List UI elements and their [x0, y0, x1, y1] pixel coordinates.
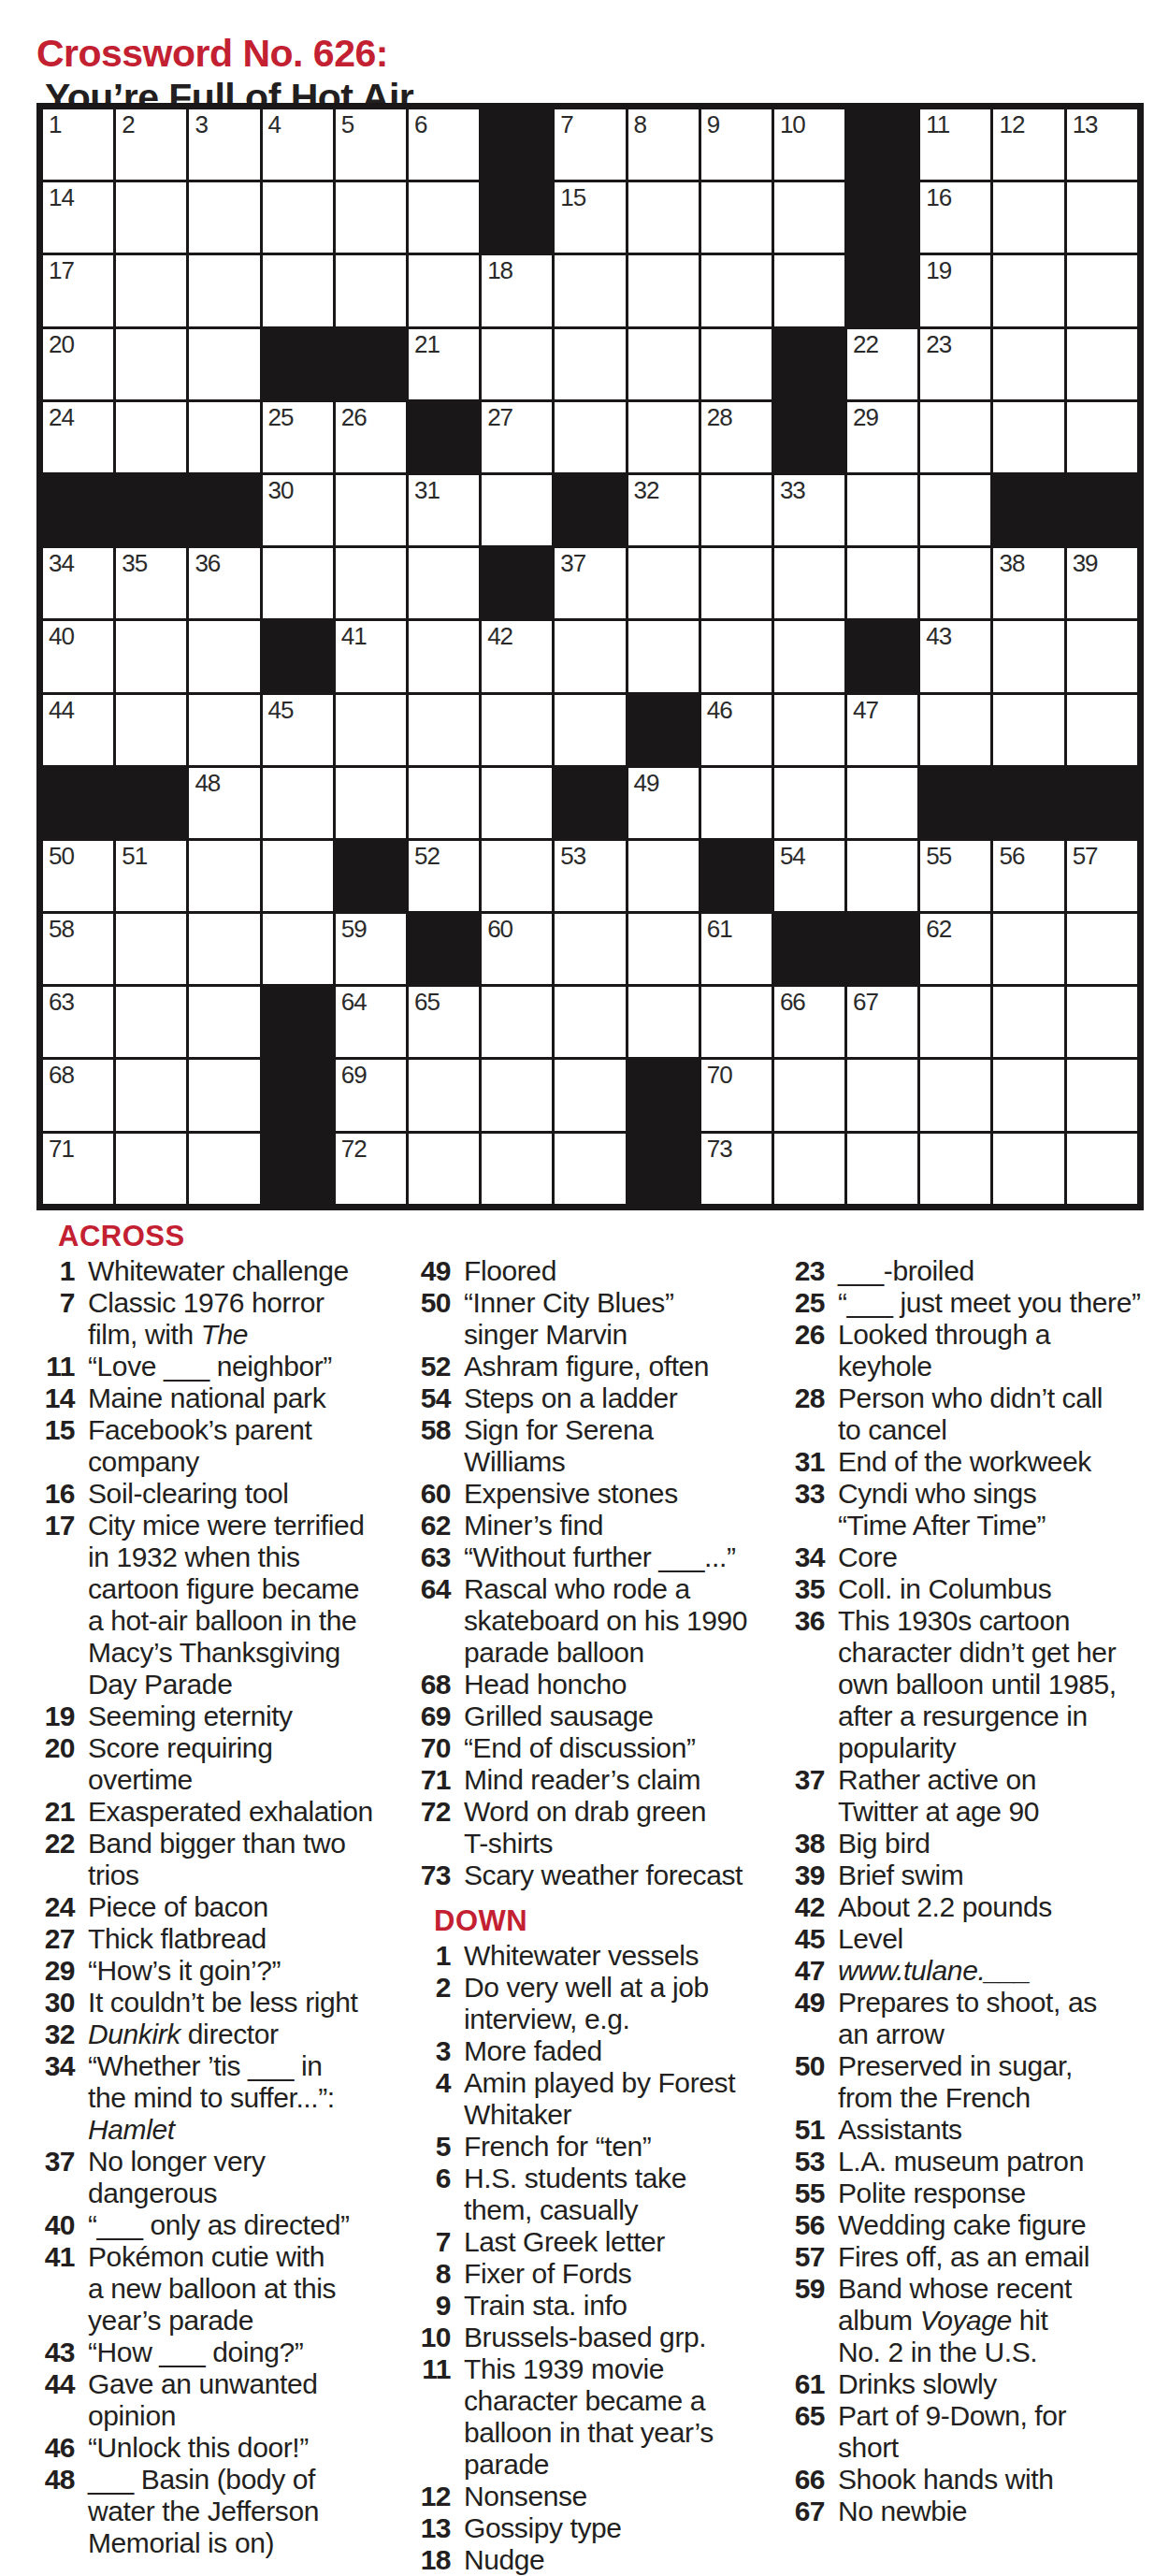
grid-cell[interactable] [555, 695, 625, 765]
cell-number: 21 [409, 329, 479, 356]
grid-cell[interactable] [482, 1134, 552, 1204]
clue-item: 50Preserved in sugar, from the French [787, 2050, 1154, 2114]
grid-cell[interactable] [774, 548, 844, 618]
cell-number: 61 [701, 914, 772, 941]
grid-cell[interactable]: 55 [920, 841, 990, 911]
grid-cell[interactable]: 6 [409, 109, 479, 180]
grid-cell[interactable]: 2 [116, 109, 186, 180]
grid-cell[interactable]: 19 [920, 255, 990, 326]
clue-item: 54Steps on a ladder [413, 1382, 787, 1414]
clue-number: 73 [413, 1860, 464, 1891]
grid-cell[interactable]: 43 [920, 621, 990, 691]
grid-cell[interactable] [263, 255, 333, 326]
grid-cell[interactable] [116, 914, 186, 984]
grid-cell[interactable] [774, 1134, 844, 1204]
clue-item: 7Last Greek letter [413, 2226, 787, 2258]
clue-item: 12Nonsense [413, 2481, 787, 2512]
grid-cell[interactable]: 32 [628, 475, 699, 545]
grid-cell[interactable] [482, 1060, 552, 1130]
grid-cell[interactable] [263, 841, 333, 911]
cell-number: 64 [336, 987, 406, 1014]
black-cell [116, 768, 186, 838]
grid-cell[interactable]: 17 [43, 255, 113, 326]
clue-number: 37 [37, 2146, 88, 2209]
grid-cell[interactable] [628, 841, 699, 911]
grid-cell[interactable] [628, 329, 699, 399]
clue-number: 64 [413, 1573, 464, 1669]
clue-item: 13Gossipy type [413, 2512, 787, 2544]
grid-cell[interactable]: 66 [774, 987, 844, 1057]
grid-cell[interactable] [993, 695, 1063, 765]
grid-cell[interactable] [847, 475, 917, 545]
clue-number: 32 [37, 2019, 88, 2050]
grid-cell[interactable] [409, 182, 479, 253]
grid-cell[interactable] [628, 548, 699, 618]
grid-cell[interactable]: 64 [336, 987, 406, 1057]
cell-number: 37 [555, 548, 625, 575]
clue-number: 43 [37, 2337, 88, 2368]
cell-number: 25 [263, 402, 333, 429]
grid-cell[interactable] [189, 182, 259, 253]
grid-cell[interactable]: 60 [482, 914, 552, 984]
cell-number: 10 [774, 109, 844, 137]
clue-text: Band bigger than two trios [88, 1828, 346, 1891]
grid-cell[interactable]: 20 [43, 329, 113, 399]
black-cell [555, 475, 625, 545]
grid-cell[interactable] [993, 402, 1063, 472]
grid-cell[interactable] [482, 329, 552, 399]
grid-cell[interactable] [920, 402, 990, 472]
grid-cell[interactable] [409, 1134, 479, 1204]
clue-text: Level [838, 1923, 903, 1955]
clue-text: Maine national park [88, 1382, 325, 1414]
clue-text: Preserved in sugar, from the French [838, 2050, 1073, 2114]
grid-cell[interactable]: 5 [336, 109, 406, 180]
grid-cell[interactable] [701, 768, 772, 838]
grid-cell[interactable] [774, 768, 844, 838]
grid-cell[interactable]: 57 [1067, 841, 1137, 911]
grid-cell[interactable] [701, 548, 772, 618]
grid-cell[interactable]: 44 [43, 695, 113, 765]
cell-number: 26 [336, 402, 406, 429]
grid-cell[interactable] [847, 1134, 917, 1204]
grid-cell[interactable]: 65 [409, 987, 479, 1057]
grid-cell[interactable] [263, 548, 333, 618]
grid-cell[interactable]: 73 [701, 1134, 772, 1204]
clue-text: Grilled sausage [464, 1700, 653, 1732]
clue-text: Drinks slowly [838, 2368, 997, 2400]
grid-cell[interactable] [847, 768, 917, 838]
grid-cell[interactable]: 30 [263, 475, 333, 545]
grid-cell[interactable] [116, 987, 186, 1057]
grid-cell[interactable] [1067, 255, 1137, 326]
clue-item: 45Level [787, 1923, 1154, 1955]
clue-number: 36 [787, 1605, 838, 1764]
grid-cell[interactable]: 53 [555, 841, 625, 911]
grid-cell[interactable] [555, 1060, 625, 1130]
grid-cell[interactable]: 26 [336, 402, 406, 472]
grid-cell[interactable]: 49 [628, 768, 699, 838]
clue-text: Wedding cake figure [838, 2209, 1086, 2241]
grid-cell[interactable] [847, 548, 917, 618]
grid-cell[interactable] [1067, 621, 1137, 691]
grid-cell[interactable] [189, 1134, 259, 1204]
grid-cell[interactable] [920, 1060, 990, 1130]
grid-cell[interactable] [263, 768, 333, 838]
grid-cell[interactable]: 29 [847, 402, 917, 472]
grid-cell[interactable] [774, 695, 844, 765]
grid-cell[interactable]: 11 [920, 109, 990, 180]
clue-number: 60 [413, 1478, 464, 1510]
grid-cell[interactable]: 12 [993, 109, 1063, 180]
grid-cell[interactable]: 42 [482, 621, 552, 691]
grid-cell[interactable] [336, 548, 406, 618]
cell-number: 73 [701, 1134, 772, 1161]
clue-item: 60Expensive stones [413, 1478, 787, 1510]
grid-cell[interactable]: 14 [43, 182, 113, 253]
grid-cell[interactable] [920, 695, 990, 765]
grid-cell[interactable] [993, 621, 1063, 691]
grid-cell[interactable] [774, 182, 844, 253]
grid-cell[interactable]: 46 [701, 695, 772, 765]
grid-cell[interactable] [993, 182, 1063, 253]
grid-cell[interactable]: 7 [555, 109, 625, 180]
grid-cell[interactable]: 68 [43, 1060, 113, 1130]
grid-cell[interactable]: 59 [336, 914, 406, 984]
grid-cell[interactable] [263, 914, 333, 984]
grid-cell[interactable] [116, 1060, 186, 1130]
grid-cell[interactable]: 70 [701, 1060, 772, 1130]
clue-number: 8 [413, 2258, 464, 2290]
grid-cell[interactable]: 61 [701, 914, 772, 984]
clue-number: 11 [37, 1351, 88, 1382]
clue-text: H.S. students take them, casually [464, 2163, 686, 2226]
clue-number: 51 [787, 2114, 838, 2146]
grid-cell[interactable] [116, 329, 186, 399]
grid-cell[interactable] [116, 255, 186, 326]
grid-cell[interactable] [847, 1060, 917, 1130]
clue-text: Cyndi who sings “Time After Time” [838, 1478, 1046, 1541]
grid-cell[interactable] [189, 695, 259, 765]
cell-number: 47 [847, 695, 917, 722]
grid-cell[interactable]: 54 [774, 841, 844, 911]
grid-cell[interactable] [555, 987, 625, 1057]
grid-cell[interactable]: 24 [43, 402, 113, 472]
cell-number: 5 [336, 109, 406, 137]
grid-cell[interactable]: 15 [555, 182, 625, 253]
grid-cell[interactable] [1067, 1060, 1137, 1130]
grid-cell[interactable] [701, 182, 772, 253]
grid-cell[interactable] [920, 987, 990, 1057]
clue-item: 30It couldn’t be less right [37, 1987, 411, 2019]
grid-cell[interactable]: 4 [263, 109, 333, 180]
black-cell [263, 621, 333, 691]
grid-cell[interactable]: 71 [43, 1134, 113, 1204]
grid-cell[interactable]: 50 [43, 841, 113, 911]
grid-cell[interactable] [189, 402, 259, 472]
clue-number: 34 [787, 1541, 838, 1573]
clue-text: Rascal who rode a skateboard on his 1990… [464, 1573, 747, 1669]
clue-item: 56Wedding cake figure [787, 2209, 1154, 2241]
clue-text: Head honcho [464, 1669, 627, 1700]
grid-cell[interactable] [628, 402, 699, 472]
grid-cell[interactable]: 48 [189, 768, 259, 838]
grid-cell[interactable]: 3 [189, 109, 259, 180]
grid-cell[interactable] [189, 987, 259, 1057]
clue-number: 52 [413, 1351, 464, 1382]
grid-cell[interactable] [628, 182, 699, 253]
grid-cell[interactable]: 63 [43, 987, 113, 1057]
grid-cell[interactable]: 51 [116, 841, 186, 911]
grid-cell[interactable] [774, 1060, 844, 1130]
black-cell [847, 255, 917, 326]
grid-cell[interactable] [482, 475, 552, 545]
clue-item: 40“___ only as directed” [37, 2209, 411, 2241]
cell-number: 24 [43, 402, 113, 429]
grid-cell[interactable] [189, 255, 259, 326]
grid-cell[interactable]: 22 [847, 329, 917, 399]
grid-cell[interactable]: 18 [482, 255, 552, 326]
clue-text: “___ only as directed” [88, 2209, 350, 2241]
grid-cell[interactable]: 21 [409, 329, 479, 399]
grid-cell[interactable] [1067, 695, 1137, 765]
grid-cell[interactable]: 13 [1067, 109, 1137, 180]
grid-cell[interactable]: 47 [847, 695, 917, 765]
clue-item: 22Band bigger than two trios [37, 1828, 411, 1891]
clue-item: 15Facebook’s parent company [37, 1414, 411, 1478]
clue-item: 4Amin played by Forest Whitaker [413, 2067, 787, 2131]
clue-number: 15 [37, 1414, 88, 1478]
grid-cell[interactable]: 41 [336, 621, 406, 691]
clue-text: Classic 1976 horror film, with The [88, 1287, 325, 1351]
grid-cell[interactable] [336, 768, 406, 838]
grid-cell[interactable]: 38 [993, 548, 1063, 618]
grid-cell[interactable] [409, 768, 479, 838]
grid-cell[interactable] [336, 255, 406, 326]
cell-number: 19 [920, 255, 990, 282]
cell-number: 59 [336, 914, 406, 941]
cell-number: 29 [847, 402, 917, 429]
grid-cell[interactable] [482, 841, 552, 911]
grid-cell[interactable] [409, 1060, 479, 1130]
grid-cell[interactable] [1067, 182, 1137, 253]
black-cell [336, 329, 406, 399]
grid-cell[interactable] [1067, 1134, 1137, 1204]
grid-cell[interactable]: 39 [1067, 548, 1137, 618]
grid-cell[interactable] [701, 329, 772, 399]
grid-cell[interactable] [701, 255, 772, 326]
grid-cell[interactable]: 9 [701, 109, 772, 180]
grid-cell[interactable] [116, 1134, 186, 1204]
cell-number: 11 [920, 109, 990, 137]
black-cell [628, 1060, 699, 1130]
grid-cell[interactable] [993, 255, 1063, 326]
cell-number: 18 [482, 255, 552, 282]
grid-cell[interactable] [628, 621, 699, 691]
grid-cell[interactable]: 35 [116, 548, 186, 618]
black-cell [774, 329, 844, 399]
grid-cell[interactable] [336, 475, 406, 545]
grid-cell[interactable] [116, 402, 186, 472]
grid-cell[interactable]: 16 [920, 182, 990, 253]
cell-number: 42 [482, 621, 552, 648]
grid-cell[interactable]: 8 [628, 109, 699, 180]
grid-cell[interactable] [993, 329, 1063, 399]
black-cell [993, 475, 1063, 545]
grid-cell[interactable] [263, 182, 333, 253]
cell-number: 17 [43, 255, 113, 282]
clue-number: 53 [787, 2146, 838, 2178]
clue-text: No newbie [838, 2496, 967, 2527]
cell-number: 32 [628, 475, 699, 502]
grid-cell[interactable] [920, 1134, 990, 1204]
grid-cell[interactable] [189, 841, 259, 911]
grid-cell[interactable] [774, 621, 844, 691]
clue-text: Piece of bacon [88, 1891, 268, 1923]
clue-item: 19Seeming eternity [37, 1700, 411, 1732]
cell-number: 14 [43, 182, 113, 210]
grid-cell[interactable] [1067, 914, 1137, 984]
grid-cell[interactable] [628, 255, 699, 326]
grid-cell[interactable]: 1 [43, 109, 113, 180]
grid-cell[interactable] [189, 621, 259, 691]
grid-cell[interactable] [555, 329, 625, 399]
clue-item: 7Classic 1976 horror film, with The [37, 1287, 411, 1351]
clue-text: Soil-clearing tool [88, 1478, 289, 1510]
grid-cell[interactable] [993, 1134, 1063, 1204]
cell-number: 56 [993, 841, 1063, 868]
grid-cell[interactable] [555, 402, 625, 472]
grid-cell[interactable] [409, 255, 479, 326]
clue-number: 42 [787, 1891, 838, 1923]
grid-cell[interactable]: 33 [774, 475, 844, 545]
grid-cell[interactable] [993, 1060, 1063, 1130]
grid-cell[interactable] [1067, 329, 1137, 399]
grid-cell[interactable] [116, 695, 186, 765]
grid-cell[interactable] [701, 621, 772, 691]
cell-number: 27 [482, 402, 552, 429]
grid-cell[interactable]: 56 [993, 841, 1063, 911]
grid-cell[interactable]: 69 [336, 1060, 406, 1130]
grid-cell[interactable] [409, 621, 479, 691]
clue-number: 25 [787, 1287, 838, 1319]
clue-text: Score requiring overtime [88, 1732, 272, 1796]
cell-number: 57 [1067, 841, 1137, 868]
grid-cell[interactable] [993, 987, 1063, 1057]
clue-item: 42About 2.2 pounds [787, 1891, 1154, 1923]
clue-text: Facebook’s parent company [88, 1414, 311, 1478]
grid-cell[interactable]: 45 [263, 695, 333, 765]
clue-number: 17 [37, 1510, 88, 1700]
grid-cell[interactable] [701, 987, 772, 1057]
grid-cell[interactable] [847, 841, 917, 911]
black-cell [482, 109, 552, 180]
clue-item: 34Core [787, 1541, 1154, 1573]
grid-cell[interactable]: 67 [847, 987, 917, 1057]
grid-cell[interactable] [482, 695, 552, 765]
grid-cell[interactable]: 36 [189, 548, 259, 618]
clue-number: 27 [37, 1923, 88, 1955]
clue-number: 7 [37, 1287, 88, 1351]
clue-number: 49 [413, 1255, 464, 1287]
clue-text: Whitewater challenge [88, 1255, 349, 1287]
grid-cell[interactable]: 40 [43, 621, 113, 691]
grid-cell[interactable]: 72 [336, 1134, 406, 1204]
clue-text: This 1930s cartoon character didn’t get … [838, 1605, 1117, 1764]
grid-cell[interactable]: 52 [409, 841, 479, 911]
grid-cell[interactable]: 10 [774, 109, 844, 180]
clue-number: 70 [413, 1732, 464, 1764]
grid-cell[interactable] [993, 914, 1063, 984]
clue-item: 52Ashram figure, often [413, 1351, 787, 1382]
black-cell [993, 768, 1063, 838]
grid-cell[interactable] [920, 548, 990, 618]
grid-cell[interactable]: 58 [43, 914, 113, 984]
clue-number: 68 [413, 1669, 464, 1700]
grid-cell[interactable] [116, 621, 186, 691]
clue-text: Dunkirk director [88, 2019, 279, 2050]
clue-text: Shook hands with [838, 2464, 1053, 2496]
grid-cell[interactable] [336, 695, 406, 765]
grid-cell[interactable]: 27 [482, 402, 552, 472]
clue-item: 67No newbie [787, 2496, 1154, 2527]
grid-cell[interactable] [1067, 987, 1137, 1057]
grid-cell[interactable] [482, 768, 552, 838]
black-cell [847, 621, 917, 691]
clue-text: Sign for Serena Williams [464, 1414, 653, 1478]
grid-cell[interactable]: 62 [920, 914, 990, 984]
clue-item: 3More faded [413, 2035, 787, 2067]
clue-item: 55Polite response [787, 2178, 1154, 2209]
grid-cell[interactable] [555, 255, 625, 326]
grid-cell[interactable] [409, 548, 479, 618]
grid-cell[interactable] [116, 182, 186, 253]
grid-cell[interactable] [774, 255, 844, 326]
grid-cell[interactable] [1067, 402, 1137, 472]
grid-cell[interactable]: 31 [409, 475, 479, 545]
grid-cell[interactable] [555, 1134, 625, 1204]
grid-cell[interactable] [701, 475, 772, 545]
clue-number: 47 [787, 1955, 838, 1987]
grid-cell[interactable] [555, 621, 625, 691]
clue-number: 1 [37, 1255, 88, 1287]
grid-cell[interactable] [920, 475, 990, 545]
clue-item: 61Drinks slowly [787, 2368, 1154, 2400]
grid-cell[interactable] [189, 1060, 259, 1130]
grid-cell[interactable] [409, 695, 479, 765]
clue-number: 1 [413, 1940, 464, 1972]
grid-cell[interactable] [189, 914, 259, 984]
grid-cell[interactable] [336, 182, 406, 253]
grid-cell[interactable] [628, 914, 699, 984]
grid-cell[interactable] [189, 329, 259, 399]
grid-cell[interactable]: 37 [555, 548, 625, 618]
clue-number: 23 [787, 1255, 838, 1287]
clue-text: ___ Basin (body of water the Jefferson M… [88, 2464, 319, 2559]
grid-cell[interactable] [628, 987, 699, 1057]
grid-cell[interactable]: 34 [43, 548, 113, 618]
grid-cell[interactable] [555, 914, 625, 984]
grid-cell[interactable]: 23 [920, 329, 990, 399]
black-cell [189, 475, 259, 545]
clue-number: 55 [787, 2178, 838, 2209]
clue-number: 22 [37, 1828, 88, 1891]
grid-cell[interactable]: 25 [263, 402, 333, 472]
grid-cell[interactable]: 28 [701, 402, 772, 472]
cell-number: 7 [555, 109, 625, 137]
grid-cell[interactable] [482, 987, 552, 1057]
clue-number: 24 [37, 1891, 88, 1923]
